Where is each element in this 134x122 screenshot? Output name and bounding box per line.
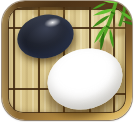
bamboo-leaf <box>109 29 114 49</box>
board-grid-vline <box>13 7 15 113</box>
white-stone-highlight <box>84 53 101 65</box>
bamboo-leaf <box>91 2 106 10</box>
board-grid-hline <box>115 93 126 95</box>
go-game-app-icon[interactable] <box>2 1 132 120</box>
bamboo-leaf <box>122 19 132 28</box>
black-stone-highlight <box>43 16 62 29</box>
